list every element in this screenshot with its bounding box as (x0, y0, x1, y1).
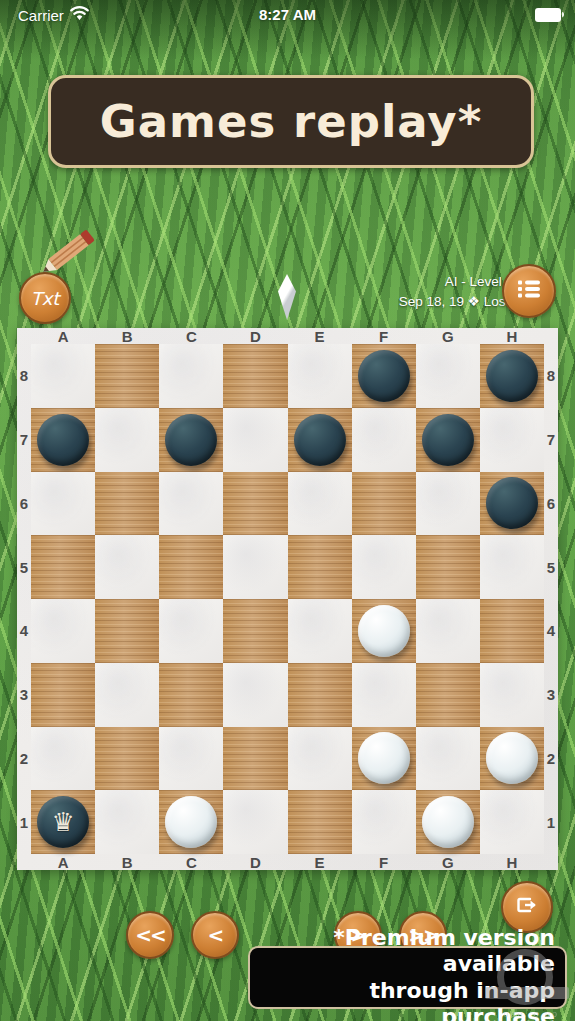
square-b8[interactable] (95, 344, 159, 408)
game-info: AI - Level 1 Sep 18, 19 ❖ Lose (399, 272, 513, 313)
black-checker-h6 (486, 477, 538, 529)
previous-label: < (208, 923, 223, 947)
export-icon (513, 891, 541, 923)
rank-label-right-6: 6 (544, 472, 558, 536)
square-c6[interactable] (159, 472, 223, 536)
square-d2[interactable] (223, 727, 287, 791)
board-corner (17, 328, 31, 344)
square-c2[interactable] (159, 727, 223, 791)
square-e2[interactable] (288, 727, 352, 791)
file-label-top-g: G (416, 328, 480, 344)
previous-move-button[interactable]: < (191, 911, 239, 959)
black-checker-h8 (486, 350, 538, 402)
square-h3[interactable] (480, 663, 544, 727)
board-corner (544, 328, 558, 344)
square-b4[interactable] (95, 599, 159, 663)
board-corner (17, 854, 31, 870)
file-label-top-e: E (288, 328, 352, 344)
square-h7[interactable] (480, 408, 544, 472)
rank-label-right-8: 8 (544, 344, 558, 408)
rewind-label: << (135, 923, 165, 947)
file-label-top-f: F (352, 328, 416, 344)
file-label-bottom-h: H (480, 854, 544, 870)
square-c8[interactable] (159, 344, 223, 408)
file-label-bottom-g: G (416, 854, 480, 870)
rank-label-right-2: 2 (544, 727, 558, 791)
file-label-bottom-c: C (159, 854, 223, 870)
list-icon (514, 274, 544, 308)
file-label-top-b: B (95, 328, 159, 344)
rank-label-right-5: 5 (544, 535, 558, 599)
square-h8[interactable] (480, 344, 544, 408)
rank-label-left-6: 6 (17, 472, 31, 536)
square-f1[interactable] (352, 790, 416, 854)
square-e3[interactable] (288, 663, 352, 727)
games-list-button[interactable] (502, 264, 556, 318)
square-h4[interactable] (480, 599, 544, 663)
king-crown-icon: ♛ (37, 796, 89, 848)
white-checker-c1 (165, 796, 217, 848)
square-g1[interactable] (416, 790, 480, 854)
page-title: Games replay* (100, 95, 482, 148)
file-label-bottom-d: D (223, 854, 287, 870)
square-f5[interactable] (352, 535, 416, 599)
board-grid: ABCDEFGH887766554433221♛1ABCDEFGH (17, 328, 558, 870)
square-g2[interactable] (416, 727, 480, 791)
white-checker-h2 (486, 732, 538, 784)
square-c5[interactable] (159, 535, 223, 599)
square-b6[interactable] (95, 472, 159, 536)
square-e8[interactable] (288, 344, 352, 408)
square-h1[interactable] (480, 790, 544, 854)
square-h6[interactable] (480, 472, 544, 536)
square-a3[interactable] (31, 663, 95, 727)
status-bar: Carrier 8:27 AM (0, 0, 575, 30)
battery-icon (535, 8, 561, 22)
file-label-bottom-f: F (352, 854, 416, 870)
square-e5[interactable] (288, 535, 352, 599)
square-e1[interactable] (288, 790, 352, 854)
rank-label-left-4: 4 (17, 599, 31, 663)
game-info-opponent: AI - Level 1 (399, 272, 513, 292)
square-b1[interactable] (95, 790, 159, 854)
white-checker-f2 (358, 732, 410, 784)
square-d8[interactable] (223, 344, 287, 408)
square-c4[interactable] (159, 599, 223, 663)
square-g4[interactable] (416, 599, 480, 663)
square-h5[interactable] (480, 535, 544, 599)
square-f8[interactable] (352, 344, 416, 408)
square-f7[interactable] (352, 408, 416, 472)
square-h2[interactable] (480, 727, 544, 791)
square-a8[interactable] (31, 344, 95, 408)
square-c7[interactable] (159, 408, 223, 472)
square-d6[interactable] (223, 472, 287, 536)
square-f6[interactable] (352, 472, 416, 536)
title-banner: Games replay* (48, 75, 534, 168)
txt-button-label: Txt (31, 288, 60, 309)
rank-label-left-2: 2 (17, 727, 31, 791)
square-b7[interactable] (95, 408, 159, 472)
square-e6[interactable] (288, 472, 352, 536)
file-label-top-h: H (480, 328, 544, 344)
square-a1[interactable]: ♛ (31, 790, 95, 854)
rank-label-right-4: 4 (544, 599, 558, 663)
game-info-date-result: Sep 18, 19 ❖ Lose (399, 292, 513, 312)
file-label-top-a: A (31, 328, 95, 344)
rank-label-left-7: 7 (17, 408, 31, 472)
square-d1[interactable] (223, 790, 287, 854)
square-f3[interactable] (352, 663, 416, 727)
black-checker-g7 (422, 414, 474, 466)
square-d5[interactable] (223, 535, 287, 599)
premium-note: *Premium version available through in-ap… (248, 946, 567, 1009)
rank-label-right-7: 7 (544, 408, 558, 472)
black-checker-c7 (165, 414, 217, 466)
file-label-top-d: D (223, 328, 287, 344)
text-annotation-button[interactable]: Txt (19, 272, 71, 324)
rank-label-left-5: 5 (17, 535, 31, 599)
black-checker-f8 (358, 350, 410, 402)
rank-label-right-1: 1 (544, 790, 558, 854)
white-checker-f4 (358, 605, 410, 657)
square-a5[interactable] (31, 535, 95, 599)
square-d3[interactable] (223, 663, 287, 727)
board-corner (544, 854, 558, 870)
rank-label-left-8: 8 (17, 344, 31, 408)
white-checker-g1 (422, 796, 474, 848)
square-a2[interactable] (31, 727, 95, 791)
square-d4[interactable] (223, 599, 287, 663)
square-g5[interactable] (416, 535, 480, 599)
square-b5[interactable] (95, 535, 159, 599)
square-e7[interactable] (288, 408, 352, 472)
black-king-a1: ♛ (37, 796, 89, 848)
rewind-button[interactable]: << (126, 911, 174, 959)
square-f2[interactable] (352, 727, 416, 791)
turn-indicator-diamond (278, 274, 296, 320)
premium-line1: *Premium version available (260, 925, 555, 978)
square-c3[interactable] (159, 663, 223, 727)
square-c1[interactable] (159, 790, 223, 854)
file-label-bottom-e: E (288, 854, 352, 870)
square-a6[interactable] (31, 472, 95, 536)
square-g7[interactable] (416, 408, 480, 472)
square-a7[interactable] (31, 408, 95, 472)
square-f4[interactable] (352, 599, 416, 663)
rank-label-left-3: 3 (17, 663, 31, 727)
square-b3[interactable] (95, 663, 159, 727)
square-g6[interactable] (416, 472, 480, 536)
file-label-top-c: C (159, 328, 223, 344)
pencil-icon (37, 226, 98, 280)
square-g8[interactable] (416, 344, 480, 408)
file-label-bottom-a: A (31, 854, 95, 870)
square-g3[interactable] (416, 663, 480, 727)
black-checker-e7 (294, 414, 346, 466)
app-screen: Carrier 8:27 AM Games replay* Txt (0, 0, 575, 1021)
square-e4[interactable] (288, 599, 352, 663)
rank-label-left-1: 1 (17, 790, 31, 854)
square-a4[interactable] (31, 599, 95, 663)
square-d7[interactable] (223, 408, 287, 472)
black-checker-a7 (37, 414, 89, 466)
clock: 8:27 AM (0, 6, 575, 23)
file-label-bottom-b: B (95, 854, 159, 870)
premium-line2: through in-app purchase (260, 978, 555, 1021)
square-b2[interactable] (95, 727, 159, 791)
rank-label-right-3: 3 (544, 663, 558, 727)
